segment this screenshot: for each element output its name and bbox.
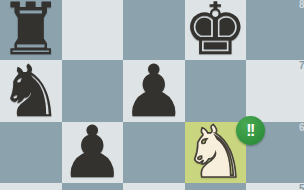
- brilliant-move-badge: !!: [236, 116, 265, 145]
- rank-label-7: 7: [299, 61, 304, 71]
- chessboard-viewport: ♜♚8♞♟7♟♞65 !!: [0, 0, 304, 190]
- black-pawn-f7[interactable]: ♟: [123, 60, 185, 122]
- square-h7[interactable]: 7: [246, 60, 304, 122]
- square-h8[interactable]: 8: [246, 0, 304, 60]
- black-king-g8[interactable]: ♚: [185, 0, 247, 60]
- square-h5[interactable]: 5: [246, 183, 304, 190]
- square-f5[interactable]: [123, 183, 185, 190]
- square-e8[interactable]: [62, 0, 124, 60]
- board: ♜♚8♞♟7♟♞65: [0, 0, 304, 190]
- square-d7[interactable]: ♞: [0, 60, 62, 122]
- square-e6[interactable]: ♟: [62, 122, 124, 184]
- square-g8[interactable]: ♚: [185, 0, 247, 60]
- rank-label-5: 5: [299, 184, 304, 190]
- black-pawn-e6[interactable]: ♟: [62, 122, 124, 184]
- square-f7[interactable]: ♟: [123, 60, 185, 122]
- rank-label-6: 6: [299, 123, 304, 133]
- black-knight-d7[interactable]: ♞: [0, 60, 62, 122]
- square-d5[interactable]: [0, 183, 62, 190]
- rank-label-8: 8: [299, 0, 304, 10]
